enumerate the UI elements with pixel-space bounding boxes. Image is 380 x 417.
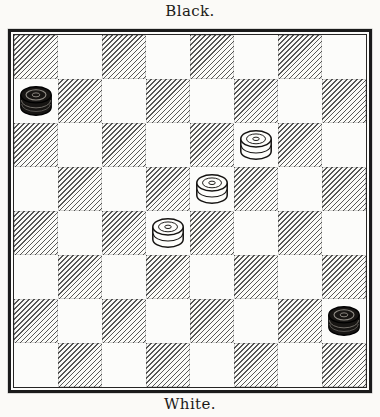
dark-square-r2c2 <box>58 79 102 123</box>
dark-square-r4c8 <box>322 167 366 211</box>
square-11[interactable] <box>234 123 278 167</box>
square-12[interactable] <box>322 123 366 167</box>
dark-square-r5c7 <box>278 211 322 255</box>
dark-square-r5c5 <box>190 211 234 255</box>
dark-square-r7c1 <box>14 299 58 343</box>
square-8[interactable] <box>278 79 322 123</box>
dark-square-r1c1 <box>14 35 58 79</box>
dark-square-r8c4 <box>146 343 190 387</box>
black-man-square-28[interactable] <box>325 305 363 338</box>
dark-square-r7c7 <box>278 299 322 343</box>
dark-square-r7c3 <box>102 299 146 343</box>
square-4[interactable] <box>322 35 366 79</box>
square-21[interactable] <box>14 255 58 299</box>
square-7[interactable] <box>190 79 234 123</box>
square-6[interactable] <box>102 79 146 123</box>
dark-square-r6c2 <box>58 255 102 299</box>
dark-square-r2c4 <box>146 79 190 123</box>
square-17[interactable] <box>58 211 102 255</box>
white-man-square-18[interactable] <box>149 217 187 250</box>
square-14[interactable] <box>102 167 146 211</box>
dark-square-r1c5 <box>190 35 234 79</box>
square-1[interactable] <box>58 35 102 79</box>
square-32[interactable] <box>278 343 322 387</box>
dark-square-r4c4 <box>146 167 190 211</box>
checkers-board <box>8 29 372 393</box>
square-30[interactable] <box>102 343 146 387</box>
square-19[interactable] <box>234 211 278 255</box>
square-3[interactable] <box>234 35 278 79</box>
square-22[interactable] <box>102 255 146 299</box>
dark-square-r8c2 <box>58 343 102 387</box>
scanned-book-page: Black. White. <box>0 0 380 417</box>
dark-square-r7c5 <box>190 299 234 343</box>
dark-square-r8c6 <box>234 343 278 387</box>
dark-square-r5c1 <box>14 211 58 255</box>
dark-square-r1c7 <box>278 35 322 79</box>
square-9[interactable] <box>58 123 102 167</box>
board-grid <box>13 34 367 388</box>
dark-square-r4c2 <box>58 167 102 211</box>
square-13[interactable] <box>14 167 58 211</box>
square-26[interactable] <box>146 299 190 343</box>
white-man-square-15[interactable] <box>193 173 231 206</box>
white-side-label: White. <box>0 395 380 413</box>
dark-square-r6c4 <box>146 255 190 299</box>
square-2[interactable] <box>146 35 190 79</box>
dark-square-r2c8 <box>322 79 366 123</box>
dark-square-r4c6 <box>234 167 278 211</box>
square-31[interactable] <box>190 343 234 387</box>
dark-square-r8c8 <box>322 343 366 387</box>
square-15[interactable] <box>190 167 234 211</box>
square-18[interactable] <box>146 211 190 255</box>
square-29[interactable] <box>14 343 58 387</box>
square-10[interactable] <box>146 123 190 167</box>
black-side-label: Black. <box>0 2 380 20</box>
dark-square-r3c1 <box>14 123 58 167</box>
square-20[interactable] <box>322 211 366 255</box>
square-5[interactable] <box>14 79 58 123</box>
dark-square-r3c5 <box>190 123 234 167</box>
dark-square-r6c8 <box>322 255 366 299</box>
black-man-square-5[interactable] <box>17 85 55 118</box>
square-25[interactable] <box>58 299 102 343</box>
square-28[interactable] <box>322 299 366 343</box>
square-23[interactable] <box>190 255 234 299</box>
dark-square-r5c3 <box>102 211 146 255</box>
dark-square-r3c7 <box>278 123 322 167</box>
square-24[interactable] <box>278 255 322 299</box>
dark-square-r2c6 <box>234 79 278 123</box>
square-27[interactable] <box>234 299 278 343</box>
white-man-square-11[interactable] <box>237 129 275 162</box>
dark-square-r1c3 <box>102 35 146 79</box>
dark-square-r3c3 <box>102 123 146 167</box>
dark-square-r6c6 <box>234 255 278 299</box>
square-16[interactable] <box>278 167 322 211</box>
